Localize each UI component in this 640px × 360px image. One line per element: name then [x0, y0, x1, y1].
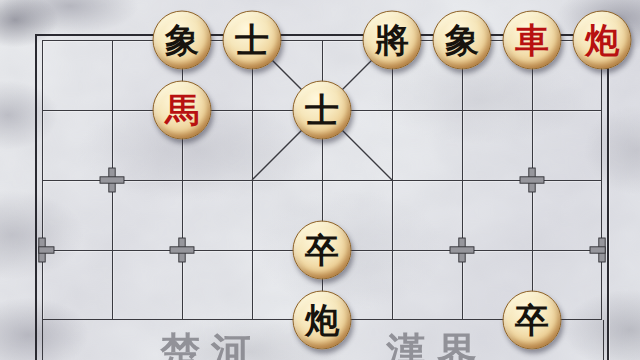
piece-glyph: 將 — [375, 22, 409, 56]
piece-glyph: 象 — [445, 22, 479, 56]
board-cell — [42, 250, 112, 320]
board-cell — [392, 180, 462, 250]
piece-glyph: 車 — [515, 22, 549, 56]
board-cell — [462, 180, 532, 250]
black-elephant-piece[interactable]: 象 — [433, 11, 492, 70]
piece-glyph: 炮 — [585, 22, 619, 56]
piece-glyph: 士 — [235, 22, 269, 56]
board-cell — [112, 250, 182, 320]
black-advisor-piece[interactable]: 士 — [293, 81, 352, 140]
piece-glyph: 馬 — [165, 92, 199, 126]
black-cannon-piece[interactable]: 炮 — [293, 291, 352, 350]
board-cell — [532, 110, 602, 180]
board-cell — [532, 180, 602, 250]
board-cell — [42, 110, 112, 180]
board-cell — [182, 180, 252, 250]
black-advisor-piece[interactable]: 士 — [223, 11, 282, 70]
black-general-piece[interactable]: 將 — [363, 11, 422, 70]
piece-glyph: 象 — [165, 22, 199, 56]
piece-glyph: 卒 — [305, 232, 339, 266]
board-cell — [42, 180, 112, 250]
red-cannon-piece[interactable]: 炮 — [573, 11, 632, 70]
red-horse-piece[interactable]: 馬 — [153, 81, 212, 140]
black-elephant-piece[interactable]: 象 — [153, 11, 212, 70]
piece-glyph: 炮 — [305, 302, 339, 336]
board-cell — [42, 40, 112, 110]
board-cell — [182, 250, 252, 320]
board-cell — [392, 110, 462, 180]
piece-glyph: 士 — [305, 92, 339, 126]
board-cell — [112, 180, 182, 250]
board-cell — [462, 110, 532, 180]
xiangqi-board: 楚河 漢界 象士將象車炮馬士卒炮卒 — [0, 0, 640, 360]
river-label-han-jie: 漢界 — [386, 331, 488, 360]
river-label-chu-he: 楚河 — [160, 331, 262, 360]
board-cell — [392, 250, 462, 320]
black-soldier-piece[interactable]: 卒 — [293, 221, 352, 280]
black-soldier-piece[interactable]: 卒 — [503, 291, 562, 350]
red-chariot-piece[interactable]: 車 — [503, 11, 562, 70]
piece-glyph: 卒 — [515, 302, 549, 336]
